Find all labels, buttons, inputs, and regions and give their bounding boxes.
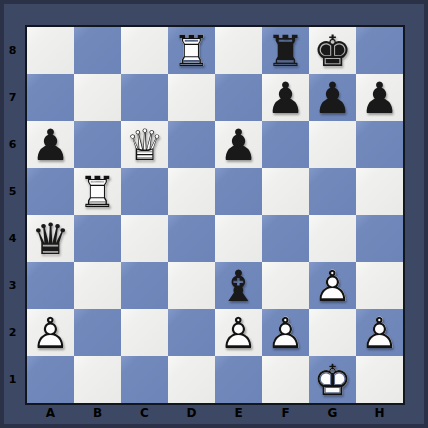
rank-labels: 87654321 [0,27,25,403]
white-king-g1[interactable]: ♚♔ [309,356,356,403]
piece-outline-glyph: ♙ [215,309,262,356]
square-e3[interactable]: ♝ [215,262,262,309]
piece-glyph: ♟ [356,74,403,121]
file-label-g: G [309,405,356,425]
square-d4[interactable] [168,215,215,262]
square-f7[interactable]: ♟ [262,74,309,121]
square-h2[interactable]: ♟♙ [356,309,403,356]
square-a3[interactable] [27,262,74,309]
black-queen-a4[interactable]: ♛ [27,215,74,262]
square-f5[interactable] [262,168,309,215]
rank-label-4: 4 [0,215,25,262]
square-b4[interactable] [74,215,121,262]
square-d8[interactable]: ♜♖ [168,27,215,74]
square-h6[interactable] [356,121,403,168]
square-e5[interactable] [215,168,262,215]
piece-glyph: ♟ [309,74,356,121]
black-king-g8[interactable]: ♚ [309,27,356,74]
square-d7[interactable] [168,74,215,121]
piece-outline-glyph: ♖ [168,27,215,74]
file-label-e: E [215,405,262,425]
square-a6[interactable]: ♟ [27,121,74,168]
white-queen-c6[interactable]: ♛♕ [121,121,168,168]
white-pawn-e2[interactable]: ♟♙ [215,309,262,356]
white-pawn-g3[interactable]: ♟♙ [309,262,356,309]
black-pawn-f7[interactable]: ♟ [262,74,309,121]
square-g2[interactable] [309,309,356,356]
white-pawn-a2[interactable]: ♟♙ [27,309,74,356]
square-h7[interactable]: ♟ [356,74,403,121]
square-f1[interactable] [262,356,309,403]
square-c8[interactable] [121,27,168,74]
square-d2[interactable] [168,309,215,356]
square-b6[interactable] [74,121,121,168]
square-c1[interactable] [121,356,168,403]
square-a8[interactable] [27,27,74,74]
square-h5[interactable] [356,168,403,215]
piece-outline-glyph: ♙ [27,309,74,356]
black-rook-f8[interactable]: ♜ [262,27,309,74]
square-c7[interactable] [121,74,168,121]
file-label-h: H [356,405,403,425]
square-d6[interactable] [168,121,215,168]
black-pawn-g7[interactable]: ♟ [309,74,356,121]
square-e6[interactable]: ♟ [215,121,262,168]
square-c4[interactable] [121,215,168,262]
square-b5[interactable]: ♜♖ [74,168,121,215]
white-pawn-h2[interactable]: ♟♙ [356,309,403,356]
piece-outline-glyph: ♙ [356,309,403,356]
square-d3[interactable] [168,262,215,309]
file-label-a: A [27,405,74,425]
square-a1[interactable] [27,356,74,403]
square-e4[interactable] [215,215,262,262]
square-f2[interactable]: ♟♙ [262,309,309,356]
square-f3[interactable] [262,262,309,309]
square-e1[interactable] [215,356,262,403]
square-d5[interactable] [168,168,215,215]
black-pawn-h7[interactable]: ♟ [356,74,403,121]
square-g7[interactable]: ♟ [309,74,356,121]
square-a4[interactable]: ♛ [27,215,74,262]
black-pawn-a6[interactable]: ♟ [27,121,74,168]
square-c6[interactable]: ♛♕ [121,121,168,168]
square-g4[interactable] [309,215,356,262]
rank-label-7: 7 [0,74,25,121]
square-g6[interactable] [309,121,356,168]
piece-glyph: ♟ [262,74,309,121]
file-label-f: F [262,405,309,425]
piece-glyph: ♚ [309,27,356,74]
square-h3[interactable] [356,262,403,309]
square-b3[interactable] [74,262,121,309]
chess-board: ♜♖♜♚♟♟♟♟♛♕♟♜♖♛♝♟♙♟♙♟♙♟♙♟♙♚♔ [25,25,405,405]
rank-label-1: 1 [0,356,25,403]
square-e2[interactable]: ♟♙ [215,309,262,356]
file-label-d: D [168,405,215,425]
square-f6[interactable] [262,121,309,168]
rank-label-5: 5 [0,168,25,215]
file-label-c: C [121,405,168,425]
square-a2[interactable]: ♟♙ [27,309,74,356]
piece-glyph: ♝ [215,262,262,309]
file-labels: ABCDEFGH [27,405,403,425]
square-g3[interactable]: ♟♙ [309,262,356,309]
rank-label-2: 2 [0,309,25,356]
piece-outline-glyph: ♔ [309,356,356,403]
piece-outline-glyph: ♕ [121,121,168,168]
square-d1[interactable] [168,356,215,403]
square-a5[interactable] [27,168,74,215]
square-c5[interactable] [121,168,168,215]
white-rook-d8[interactable]: ♜♖ [168,27,215,74]
square-b2[interactable] [74,309,121,356]
rank-label-6: 6 [0,121,25,168]
square-a7[interactable] [27,74,74,121]
black-bishop-e3[interactable]: ♝ [215,262,262,309]
square-g8[interactable]: ♚ [309,27,356,74]
piece-outline-glyph: ♙ [262,309,309,356]
square-f8[interactable]: ♜ [262,27,309,74]
square-b7[interactable] [74,74,121,121]
white-pawn-f2[interactable]: ♟♙ [262,309,309,356]
piece-outline-glyph: ♙ [309,262,356,309]
rank-label-8: 8 [0,27,25,74]
piece-glyph: ♜ [262,27,309,74]
square-h8[interactable] [356,27,403,74]
square-e7[interactable] [215,74,262,121]
square-h4[interactable] [356,215,403,262]
square-e8[interactable] [215,27,262,74]
file-label-b: B [74,405,121,425]
piece-glyph: ♟ [215,121,262,168]
rank-label-3: 3 [0,262,25,309]
square-f4[interactable] [262,215,309,262]
black-pawn-e6[interactable]: ♟ [215,121,262,168]
square-c2[interactable] [121,309,168,356]
square-h1[interactable] [356,356,403,403]
piece-glyph: ♛ [27,215,74,262]
square-b1[interactable] [74,356,121,403]
square-b8[interactable] [74,27,121,74]
square-g1[interactable]: ♚♔ [309,356,356,403]
square-g5[interactable] [309,168,356,215]
chess-diagram: 87654321 ♜♖♜♚♟♟♟♟♛♕♟♜♖♛♝♟♙♟♙♟♙♟♙♟♙♚♔ ABC… [0,0,428,428]
piece-outline-glyph: ♖ [74,168,121,215]
square-c3[interactable] [121,262,168,309]
white-rook-b5[interactable]: ♜♖ [74,168,121,215]
piece-glyph: ♟ [27,121,74,168]
